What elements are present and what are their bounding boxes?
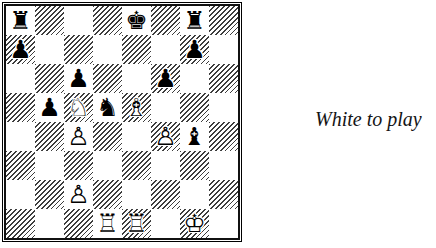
square-b4 (35, 122, 64, 151)
white-pawn-c4: ♟♙ (64, 122, 93, 151)
piece-glyph: ♗ (122, 93, 151, 122)
white-pawn-c2: ♟♙ (64, 180, 93, 209)
square-g7: ♟♟ (180, 35, 209, 64)
square-f4: ♟♙ (151, 122, 180, 151)
black-pawn-f6: ♟♟ (151, 64, 180, 93)
square-e1: ♜♖ (122, 209, 151, 238)
square-b7 (35, 35, 64, 64)
square-a2 (6, 180, 35, 209)
piece-glyph: ♙ (64, 180, 93, 209)
square-d5: ♞♞ (93, 93, 122, 122)
square-f8 (151, 6, 180, 35)
square-c6: ♟♟ (64, 64, 93, 93)
square-g4: ♝♝ (180, 122, 209, 151)
square-h2 (209, 180, 238, 209)
square-a4 (6, 122, 35, 151)
square-d2 (93, 180, 122, 209)
square-f1 (151, 209, 180, 238)
square-b3 (35, 151, 64, 180)
black-rook-g8: ♜♜ (180, 6, 209, 35)
piece-glyph: ♜ (180, 6, 209, 35)
white-knight-c5: ♞♘ (64, 93, 93, 122)
white-pawn-f4: ♟♙ (151, 122, 180, 151)
square-c8 (64, 6, 93, 35)
square-h5 (209, 93, 238, 122)
square-d6 (93, 64, 122, 93)
square-d8 (93, 6, 122, 35)
square-e2 (122, 180, 151, 209)
chess-diagram-inner-border: ♜♜♚♚♜♜♟♟♟♟♟♟♟♟♟♟♞♘♞♞♝♗♟♙♟♙♝♝♟♙♜♖♜♖♚♔ (4, 4, 240, 240)
square-a3 (6, 151, 35, 180)
square-a1 (6, 209, 35, 238)
square-e6 (122, 64, 151, 93)
square-g1: ♚♔ (180, 209, 209, 238)
square-d7 (93, 35, 122, 64)
piece-glyph: ♙ (64, 122, 93, 151)
piece-glyph: ♟ (6, 35, 35, 64)
black-king-e8: ♚♚ (122, 6, 151, 35)
piece-glyph: ♞ (93, 93, 122, 122)
square-a5 (6, 93, 35, 122)
square-c3 (64, 151, 93, 180)
square-b8 (35, 6, 64, 35)
square-a6 (6, 64, 35, 93)
square-g5 (180, 93, 209, 122)
square-h7 (209, 35, 238, 64)
piece-glyph: ♜ (6, 6, 35, 35)
black-pawn-g7: ♟♟ (180, 35, 209, 64)
square-g2 (180, 180, 209, 209)
black-bishop-g4: ♝♝ (180, 122, 209, 151)
square-h8 (209, 6, 238, 35)
caption-white-to-play: White to play (315, 108, 422, 131)
white-rook-d1: ♜♖ (93, 209, 122, 238)
square-h6 (209, 64, 238, 93)
square-e3 (122, 151, 151, 180)
square-c7 (64, 35, 93, 64)
square-g8: ♜♜ (180, 6, 209, 35)
square-h1 (209, 209, 238, 238)
piece-glyph: ♟ (151, 64, 180, 93)
square-b2 (35, 180, 64, 209)
black-knight-d5: ♞♞ (93, 93, 122, 122)
square-d4 (93, 122, 122, 151)
square-f5 (151, 93, 180, 122)
square-c4: ♟♙ (64, 122, 93, 151)
square-g6 (180, 64, 209, 93)
piece-glyph: ♝ (180, 122, 209, 151)
square-e7 (122, 35, 151, 64)
square-e5: ♝♗ (122, 93, 151, 122)
black-pawn-b5: ♟♟ (35, 93, 64, 122)
piece-glyph: ♟ (64, 64, 93, 93)
black-pawn-a7: ♟♟ (6, 35, 35, 64)
black-pawn-c6: ♟♟ (64, 64, 93, 93)
piece-glyph: ♟ (35, 93, 64, 122)
chess-board: ♜♜♚♚♜♜♟♟♟♟♟♟♟♟♟♟♞♘♞♞♝♗♟♙♟♙♝♝♟♙♜♖♜♖♚♔ (6, 6, 238, 238)
piece-glyph: ♖ (122, 209, 151, 238)
square-a8: ♜♜ (6, 6, 35, 35)
square-f3 (151, 151, 180, 180)
piece-glyph: ♟ (180, 35, 209, 64)
piece-glyph: ♖ (93, 209, 122, 238)
white-bishop-e5: ♝♗ (122, 93, 151, 122)
square-a7: ♟♟ (6, 35, 35, 64)
piece-glyph: ♙ (151, 122, 180, 151)
piece-glyph: ♘ (64, 93, 93, 122)
square-f2 (151, 180, 180, 209)
square-b1 (35, 209, 64, 238)
square-c1 (64, 209, 93, 238)
chess-diagram-frame: ♜♜♚♚♜♜♟♟♟♟♟♟♟♟♟♟♞♘♞♞♝♗♟♙♟♙♝♝♟♙♜♖♜♖♚♔ (2, 2, 242, 242)
square-b5: ♟♟ (35, 93, 64, 122)
square-h3 (209, 151, 238, 180)
square-c2: ♟♙ (64, 180, 93, 209)
white-king-g1: ♚♔ (180, 209, 209, 238)
square-f7 (151, 35, 180, 64)
square-f6: ♟♟ (151, 64, 180, 93)
square-e8: ♚♚ (122, 6, 151, 35)
piece-glyph: ♔ (180, 209, 209, 238)
white-rook-e1: ♜♖ (122, 209, 151, 238)
page: ♜♜♚♚♜♜♟♟♟♟♟♟♟♟♟♟♞♘♞♞♝♗♟♙♟♙♝♝♟♙♜♖♜♖♚♔ Whi… (0, 0, 436, 248)
square-g3 (180, 151, 209, 180)
square-b6 (35, 64, 64, 93)
black-rook-a8: ♜♜ (6, 6, 35, 35)
square-h4 (209, 122, 238, 151)
square-d3 (93, 151, 122, 180)
piece-glyph: ♚ (122, 6, 151, 35)
square-e4 (122, 122, 151, 151)
square-c5: ♞♘ (64, 93, 93, 122)
square-d1: ♜♖ (93, 209, 122, 238)
